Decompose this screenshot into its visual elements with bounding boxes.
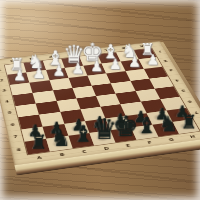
square-d5 [72, 86, 96, 99]
board-frame: ABCDEFGH ABCDEFGH 12345678 87654321 ♜♞♝♛… [0, 41, 200, 166]
square-h7: ♟ [139, 57, 162, 68]
white-pawn: ♟ [13, 68, 26, 83]
square-f7: ♟ [102, 62, 125, 74]
white-pawn: ♟ [33, 66, 46, 81]
product-photo: ABCDEFGH ABCDEFGH 12345678 87654321 ♜♞♝♛… [0, 0, 200, 200]
white-pawn: ♟ [90, 60, 103, 74]
square-c7: ♟ [46, 68, 69, 80]
black-rook: ♜ [180, 113, 197, 132]
square-d7: ♟ [65, 66, 88, 78]
black-rook: ♜ [30, 132, 48, 152]
square-a1: ♜ [25, 139, 51, 155]
square-b1: ♞ [46, 136, 72, 152]
square-g7: ♟ [120, 59, 143, 71]
black-bishop: ♝ [73, 123, 94, 146]
square-c1: ♝ [68, 133, 94, 148]
square-e7: ♟ [83, 64, 106, 76]
white-pawn: ♟ [52, 64, 65, 78]
black-queen: ♛ [92, 115, 117, 143]
black-knight: ♞ [158, 113, 177, 135]
white-pawn: ♟ [128, 55, 141, 69]
chess-board: ABCDEFGH ABCDEFGH 12345678 87654321 ♜♞♝♛… [0, 41, 200, 166]
black-knight: ♞ [51, 127, 71, 149]
white-pawn: ♟ [71, 62, 84, 76]
square-a6 [10, 82, 33, 95]
black-bishop: ♝ [137, 115, 157, 138]
square-c6 [49, 78, 72, 91]
white-pawn: ♟ [146, 53, 159, 67]
white-pawn: ♟ [109, 57, 122, 71]
